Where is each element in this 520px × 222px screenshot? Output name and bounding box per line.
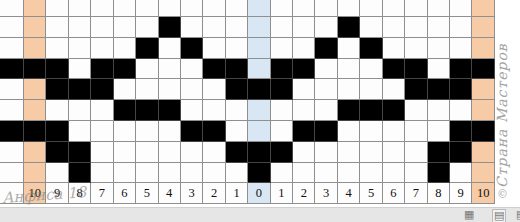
chart-cell-r8-c7 [159,163,181,184]
chart-cell-r2-c19 [428,38,450,59]
chart-cell-r0-c12 [271,0,293,17]
chart-cell-r6-c7 [159,121,181,142]
chart-cell-r2-c20 [450,38,472,59]
chart-cell-r6-c14 [315,121,337,142]
chart-cell-r7-c18 [405,142,427,163]
chart-cell-r8-c11 [248,163,270,184]
chart-cell-r1-c17 [383,17,405,38]
stitch-number-14: 3 [315,183,337,204]
chart-cell-r8-c14 [315,163,337,184]
chart-cell-r5-c11 [248,100,270,121]
chart-cell-r2-c0 [0,38,24,59]
chart-cell-r3-c5 [114,59,136,80]
chart-cell-r2-c4 [91,38,113,59]
stitch-number-18: 7 [405,183,427,204]
chart-cell-r4-c13 [293,79,315,100]
chart-cell-r1-c5 [114,17,136,38]
stitch-number-11: 0 [248,183,270,204]
chart-cell-r2-c14 [315,38,337,59]
chart-cell-r1-c7 [159,17,181,38]
chart-cell-r5-c17 [383,100,405,121]
chart-cell-r3-c3 [69,59,91,80]
chart-cell-r0-c15 [338,0,360,17]
chart-cell-r4-c15 [338,79,360,100]
chart-cell-r4-c6 [136,79,158,100]
chart-cell-r8-c16 [360,163,382,184]
chart-cell-r2-c10 [226,38,248,59]
chart-cell-r1-c12 [271,17,293,38]
chart-cell-r3-c19 [428,59,450,80]
chart-cell-r7-c6 [136,142,158,163]
chart-cell-r0-c21 [472,0,494,17]
chart-cell-r3-c20 [450,59,472,80]
chart-cell-r4-c14 [315,79,337,100]
chart-cell-r5-c10 [226,100,248,121]
chart-cell-r7-c21 [472,142,494,163]
grid-view-icon[interactable]: ▦ [464,209,474,221]
chart-cell-r8-c8 [181,163,203,184]
chart-cell-r7-c12 [271,142,293,163]
stitch-number-12: 1 [271,183,293,204]
chart-cell-r3-c11 [248,59,270,80]
chart-cell-r5-c14 [315,100,337,121]
chart-cell-r6-c15 [338,121,360,142]
chart-cell-r8-c17 [383,163,405,184]
chart-cell-r2-c6 [136,38,158,59]
stitch-number-7: 4 [159,183,181,204]
chart-cell-r5-c2 [46,100,68,121]
chart-cell-r5-c19 [428,100,450,121]
chart-cell-r0-c9 [203,0,225,17]
chart-cell-r5-c8 [181,100,203,121]
chart-cell-r1-c0 [0,17,24,38]
chart-cell-r5-c0 [0,100,24,121]
chart-cell-r0-c10 [226,0,248,17]
chart-cell-r5-c18 [405,100,427,121]
chart-cell-r6-c13 [293,121,315,142]
chart-cell-r7-c14 [315,142,337,163]
chart-cell-r4-c16 [360,79,382,100]
stitch-number-10: 1 [226,183,248,204]
list-view-icon-2[interactable]: ▤ [516,209,520,221]
chart-cell-r8-c4 [91,163,113,184]
stitch-number-5: 6 [114,183,136,204]
chart-cell-r6-c3 [69,121,91,142]
pattern-chart-grid: 10987654321012345678910 [0,0,495,204]
chart-cell-r0-c19 [428,0,450,17]
chart-cell-r4-c3 [69,79,91,100]
site-watermark: Страна Мастеров [494,8,510,188]
stitch-number-1: 10 [24,183,46,204]
chart-cell-r5-c4 [91,100,113,121]
chart-cell-r4-c11 [248,79,270,100]
chart-cell-r2-c3 [69,38,91,59]
chart-cell-r5-c5 [114,100,136,121]
chart-cell-r3-c17 [383,59,405,80]
chart-cell-r8-c1 [24,163,46,184]
chart-cell-r6-c6 [136,121,158,142]
chart-cell-r2-c16 [360,38,382,59]
stitch-number-8: 3 [181,183,203,204]
chart-cell-r2-c2 [46,38,68,59]
chart-cell-r0-c0 [0,0,24,17]
chart-cell-r1-c13 [293,17,315,38]
chart-cell-r5-c20 [450,100,472,121]
chart-cell-r1-c21 [472,17,494,38]
stitch-number-6: 5 [136,183,158,204]
stitch-number-17: 6 [383,183,405,204]
chart-cell-r6-c16 [360,121,382,142]
chart-cell-r2-c5 [114,38,136,59]
chart-cell-r6-c12 [271,121,293,142]
chart-cell-r5-c12 [271,100,293,121]
chart-cell-r7-c17 [383,142,405,163]
chart-cell-r2-c17 [383,38,405,59]
stitch-number-4: 7 [91,183,113,204]
chart-cell-r3-c2 [46,59,68,80]
chart-cell-r4-c0 [0,79,24,100]
stitch-number-9: 2 [203,183,225,204]
stitch-number-20: 9 [450,183,472,204]
chart-cell-r3-c9 [203,59,225,80]
chart-cell-r6-c9 [203,121,225,142]
stitch-number-15: 4 [338,183,360,204]
chart-cell-r0-c16 [360,0,382,17]
chart-cell-r6-c2 [46,121,68,142]
chart-cell-r4-c9 [203,79,225,100]
chart-cell-r1-c16 [360,17,382,38]
chart-cell-r7-c2 [46,142,68,163]
chart-cell-r1-c1 [24,17,46,38]
chart-cell-r0-c1 [24,0,46,17]
chart-cell-r1-c6 [136,17,158,38]
chart-cell-r0-c4 [91,0,113,17]
chart-cell-r6-c1 [24,121,46,142]
chart-cell-r4-c18 [405,79,427,100]
chart-cell-r6-c17 [383,121,405,142]
chart-cell-r2-c13 [293,38,315,59]
chart-cell-r7-c11 [248,142,270,163]
chart-cell-r1-c10 [226,17,248,38]
chart-cell-r6-c20 [450,121,472,142]
chart-cell-r8-c18 [405,163,427,184]
chart-cell-r7-c19 [428,142,450,163]
chart-cell-r2-c11 [248,38,270,59]
chart-cell-r0-c14 [315,0,337,17]
chart-cell-r7-c20 [450,142,472,163]
chart-cell-r6-c8 [181,121,203,142]
chart-cell-r6-c10 [226,121,248,142]
chart-cell-r0-c13 [293,0,315,17]
chart-cell-r7-c16 [360,142,382,163]
chart-cell-r8-c21 [472,163,494,184]
chart-cell-r5-c16 [360,100,382,121]
chart-cell-r2-c7 [159,38,181,59]
chart-cell-r1-c4 [91,17,113,38]
chart-cell-r0-c3 [69,0,91,17]
chart-cell-r8-c19 [428,163,450,184]
chart-cell-r5-c9 [203,100,225,121]
chart-cell-r3-c15 [338,59,360,80]
chart-cell-r4-c2 [46,79,68,100]
chart-cell-r6-c19 [428,121,450,142]
chart-cell-r7-c1 [24,142,46,163]
stitch-number-16: 5 [360,183,382,204]
chart-cell-r0-c20 [450,0,472,17]
chart-cell-r7-c15 [338,142,360,163]
chart-cell-r8-c2 [46,163,68,184]
stitch-number-2: 9 [46,183,68,204]
chart-cell-r4-c21 [472,79,494,100]
chart-cell-r1-c14 [315,17,337,38]
chart-cell-r3-c18 [405,59,427,80]
chart-cell-r8-c13 [293,163,315,184]
chart-cell-r6-c11 [248,121,270,142]
chart-cell-r5-c6 [136,100,158,121]
chart-cell-r7-c4 [91,142,113,163]
footer-bar [0,207,520,222]
chart-cell-r6-c5 [114,121,136,142]
chart-cell-r0-c18 [405,0,427,17]
chart-cell-r6-c0 [0,121,24,142]
chart-cell-r6-c18 [405,121,427,142]
copyright-icon: © [497,188,508,201]
chart-cell-r5-c21 [472,100,494,121]
chart-cell-r5-c15 [338,100,360,121]
chart-cell-r3-c7 [159,59,181,80]
chart-cell-r1-c3 [69,17,91,38]
chart-cell-r4-c19 [428,79,450,100]
chart-cell-r6-c21 [472,121,494,142]
chart-cell-r4-c10 [226,79,248,100]
chart-cell-r8-c6 [136,163,158,184]
chart-cell-r4-c1 [24,79,46,100]
chart-cell-r8-c5 [114,163,136,184]
chart-cell-r5-c3 [69,100,91,121]
chart-cell-r3-c6 [136,59,158,80]
chart-cell-r0-c7 [159,0,181,17]
chart-cell-r0-c17 [383,0,405,17]
chart-cell-r8-c12 [271,163,293,184]
chart-cell-r3-c14 [315,59,337,80]
chart-cell-r3-c1 [24,59,46,80]
chart-cell-r2-c21 [472,38,494,59]
chart-cell-r8-c3 [69,163,91,184]
chart-cell-r3-c8 [181,59,203,80]
chart-cell-r5-c13 [293,100,315,121]
chart-cell-r3-c0 [0,59,24,80]
chart-cell-r7-c13 [293,142,315,163]
chart-cell-r2-c8 [181,38,203,59]
chart-cell-r7-c10 [226,142,248,163]
chart-cell-r8-c20 [450,163,472,184]
chart-cell-r2-c1 [24,38,46,59]
stitch-number-3: 8 [69,183,91,204]
chart-cell-r5-c7 [159,100,181,121]
chart-cell-r4-c20 [450,79,472,100]
chart-cell-r1-c19 [428,17,450,38]
chart-cell-r0-c11 [248,0,270,17]
chart-cell-r6-c4 [91,121,113,142]
list-view-icon[interactable]: ▤ [492,209,506,222]
chart-cell-r7-c7 [159,142,181,163]
chart-cell-r2-c15 [338,38,360,59]
stitch-number-blank [0,183,24,204]
chart-cell-r4-c7 [159,79,181,100]
chart-cell-r4-c4 [91,79,113,100]
chart-cell-r3-c16 [360,59,382,80]
chart-cell-r7-c8 [181,142,203,163]
chart-cell-r0-c2 [46,0,68,17]
chart-cell-r8-c0 [0,163,24,184]
chart-cell-r3-c10 [226,59,248,80]
chart-cell-r3-c13 [293,59,315,80]
chart-cell-r3-c21 [472,59,494,80]
chart-cell-r5-c1 [24,100,46,121]
chart-cell-r7-c5 [114,142,136,163]
chart-cell-r7-c9 [203,142,225,163]
chart-cell-r8-c15 [338,163,360,184]
stitch-number-13: 2 [293,183,315,204]
stitch-number-19: 8 [428,183,450,204]
chart-cell-r0-c8 [181,0,203,17]
chart-cell-r4-c17 [383,79,405,100]
chart-cell-r0-c5 [114,0,136,17]
chart-cell-r1-c9 [203,17,225,38]
chart-cell-r3-c4 [91,59,113,80]
chart-cell-r1-c8 [181,17,203,38]
chart-cell-r2-c12 [271,38,293,59]
chart-cell-r4-c5 [114,79,136,100]
chart-cell-r3-c12 [271,59,293,80]
chart-cell-r7-c3 [69,142,91,163]
chart-cell-r2-c18 [405,38,427,59]
chart-cell-r1-c18 [405,17,427,38]
chart-cell-r1-c11 [248,17,270,38]
chart-cell-r1-c20 [450,17,472,38]
chart-cell-r4-c12 [271,79,293,100]
stitch-number-21: 10 [472,183,494,204]
chart-cell-r1-c2 [46,17,68,38]
chart-cell-r0-c6 [136,0,158,17]
chart-cell-r2-c9 [203,38,225,59]
chart-cell-r7-c0 [0,142,24,163]
chart-cell-r1-c15 [338,17,360,38]
chart-cell-r8-c9 [203,163,225,184]
chart-cell-r4-c8 [181,79,203,100]
chart-cell-r8-c10 [226,163,248,184]
